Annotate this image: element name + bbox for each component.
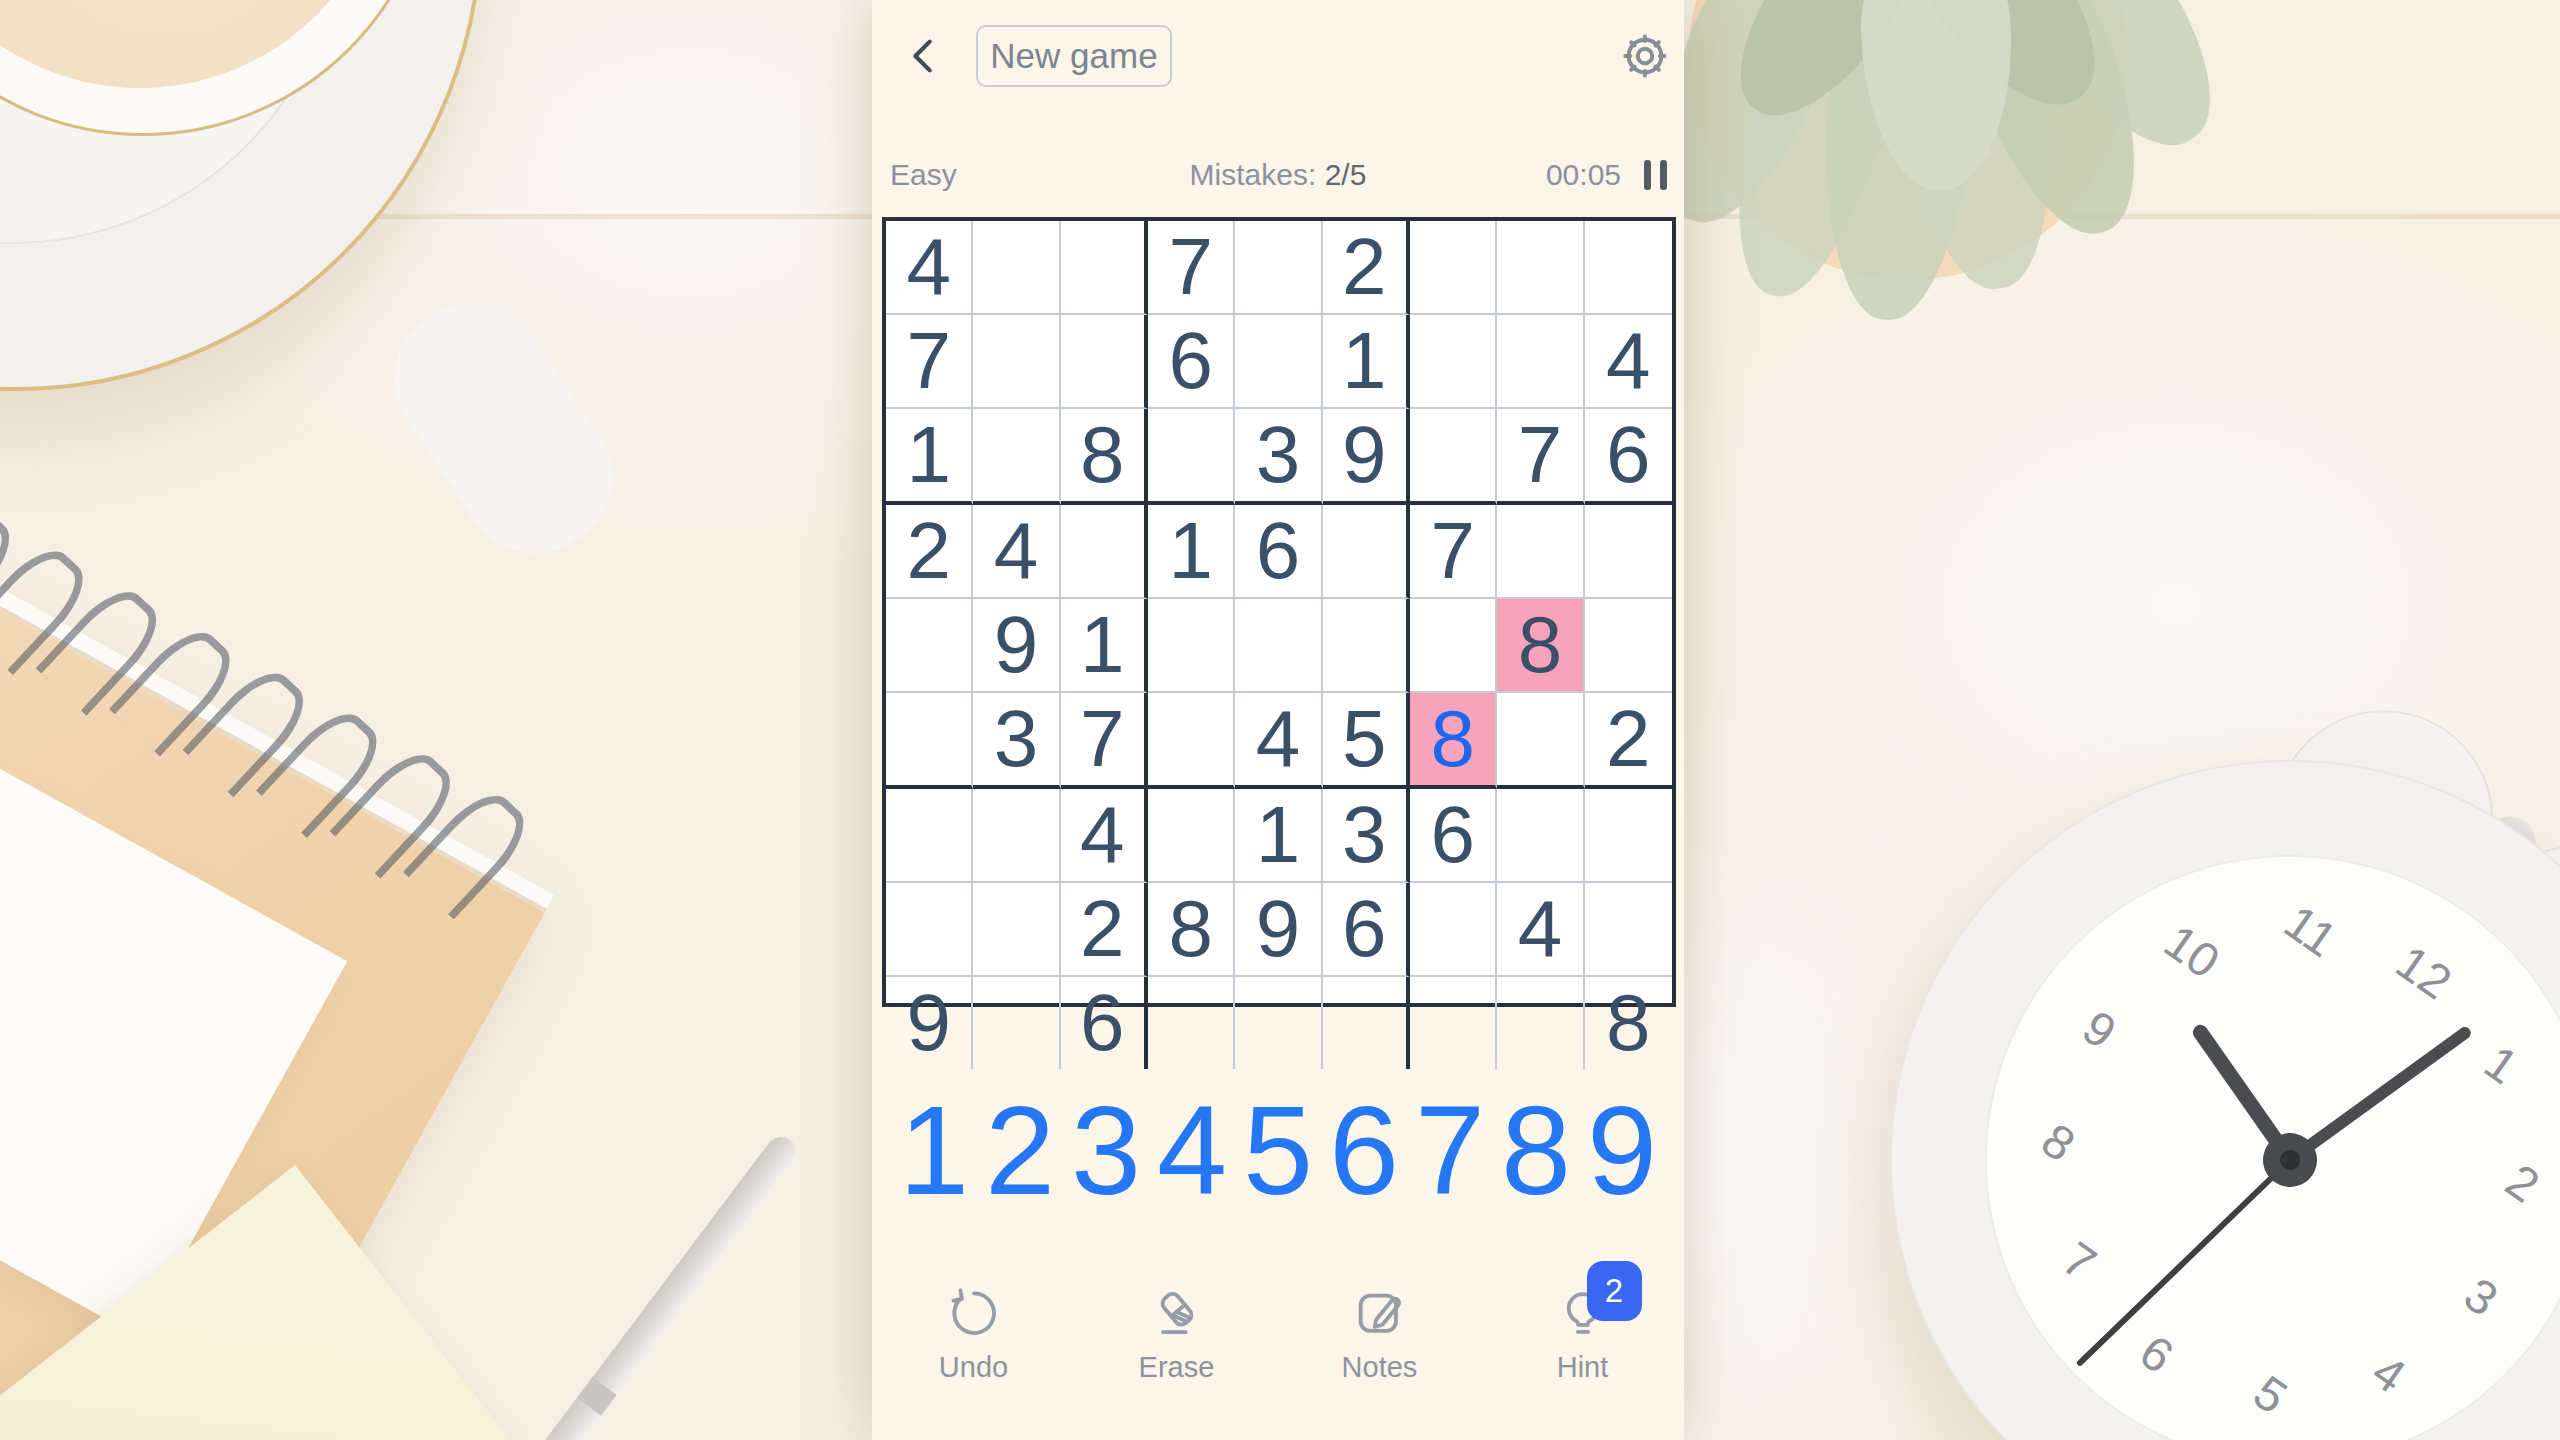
cell-r3c5[interactable]: 3 [1235, 409, 1322, 505]
cell-r6c2[interactable]: 3 [973, 693, 1060, 789]
cell-r6c7[interactable]: 8 [1410, 693, 1497, 789]
cup-handle [367, 277, 640, 581]
new-game-button[interactable]: New game [976, 25, 1172, 87]
sudoku-app-panel: New game Easy Mistakes: 2/5 00:05 472761… [872, 0, 1684, 1440]
cell-r1c3[interactable] [1061, 221, 1148, 315]
erase-button[interactable]: Erase [1075, 1283, 1278, 1384]
digit-key-8[interactable]: 8 [1501, 1085, 1571, 1217]
cell-r3c4[interactable] [1148, 409, 1235, 505]
digit-key-9[interactable]: 9 [1587, 1085, 1657, 1217]
chevron-left-icon [901, 33, 947, 79]
cell-r2c7[interactable] [1410, 315, 1497, 409]
cell-r3c9[interactable]: 6 [1585, 409, 1672, 505]
digit-key-6[interactable]: 6 [1329, 1085, 1399, 1217]
cell-r2c9[interactable]: 4 [1585, 315, 1672, 409]
notes-icon [1351, 1283, 1409, 1341]
cell-r2c3[interactable] [1061, 315, 1148, 409]
cell-r6c5[interactable]: 4 [1235, 693, 1322, 789]
cell-r3c7[interactable] [1410, 409, 1497, 505]
cell-r2c8[interactable] [1497, 315, 1584, 409]
notes-label: Notes [1342, 1351, 1418, 1384]
cell-r5c8[interactable]: 8 [1497, 599, 1584, 693]
notes-button[interactable]: Notes [1278, 1283, 1481, 1384]
cell-r3c8[interactable]: 7 [1497, 409, 1584, 505]
cell-r5c2[interactable]: 9 [973, 599, 1060, 693]
cell-r7c7[interactable]: 6 [1410, 789, 1497, 883]
hint-button[interactable]: 2 Hint [1481, 1283, 1684, 1384]
timer: 00:05 [1546, 158, 1621, 192]
clock-numeral-12: 12 [2380, 927, 2469, 1016]
status-bar: Easy Mistakes: 2/5 00:05 [883, 148, 1673, 202]
pen [441, 1131, 802, 1440]
cell-r4c1[interactable]: 2 [886, 505, 973, 599]
clock-numeral-10: 10 [2147, 907, 2236, 996]
cell-r9c8[interactable] [1497, 977, 1584, 1069]
digit-key-5[interactable]: 5 [1243, 1085, 1313, 1217]
cell-r1c5[interactable] [1235, 221, 1322, 315]
cell-r7c5[interactable]: 1 [1235, 789, 1322, 883]
pause-icon [1644, 160, 1651, 190]
cell-r3c3[interactable]: 8 [1061, 409, 1148, 505]
cell-r8c8[interactable]: 4 [1497, 883, 1584, 977]
mistakes-counter: Mistakes: 2/5 [1190, 158, 1367, 192]
cell-r2c2[interactable] [973, 315, 1060, 409]
clock-numeral-9: 9 [2055, 985, 2144, 1074]
number-pad: 123456789 [883, 1085, 1673, 1217]
cell-r8c1[interactable] [886, 883, 973, 977]
cell-r9c3[interactable]: 6 [1061, 977, 1148, 1069]
undo-label: Undo [939, 1351, 1008, 1384]
settings-button[interactable] [1616, 27, 1674, 85]
cell-r7c2[interactable] [973, 789, 1060, 883]
mistakes-value: 2/5 [1325, 158, 1367, 191]
cell-r4c8[interactable] [1497, 505, 1584, 599]
cell-r8c3[interactable]: 2 [1061, 883, 1148, 977]
pause-icon [1660, 160, 1667, 190]
cell-r8c2[interactable] [973, 883, 1060, 977]
cell-r9c2[interactable] [973, 977, 1060, 1069]
cell-r1c7[interactable] [1410, 221, 1497, 315]
cell-r9c1[interactable]: 9 [886, 977, 973, 1069]
sudoku-board: 472761418397624167918374582413628964968 [882, 217, 1676, 1007]
hint-count-badge: 2 [1587, 1261, 1642, 1321]
cell-r9c5[interactable] [1235, 977, 1322, 1069]
cell-r7c4[interactable] [1148, 789, 1235, 883]
cell-r3c2[interactable] [973, 409, 1060, 505]
cell-r5c5[interactable] [1235, 599, 1322, 693]
gear-icon [1617, 28, 1673, 84]
cell-r1c9[interactable] [1585, 221, 1672, 315]
cell-r8c6[interactable]: 6 [1323, 883, 1410, 977]
cell-r4c6[interactable] [1323, 505, 1410, 599]
cell-r6c8[interactable] [1497, 693, 1584, 789]
digit-key-3[interactable]: 3 [1071, 1085, 1141, 1217]
mistakes-label: Mistakes: [1190, 158, 1317, 191]
cell-r2c6[interactable]: 1 [1323, 315, 1410, 409]
pause-button[interactable] [1644, 160, 1667, 190]
cell-r5c1[interactable] [886, 599, 973, 693]
digit-key-2[interactable]: 2 [985, 1085, 1055, 1217]
cell-r1c6[interactable]: 2 [1323, 221, 1410, 315]
cell-r2c5[interactable] [1235, 315, 1322, 409]
cell-r5c7[interactable] [1410, 599, 1497, 693]
cell-r7c9[interactable] [1585, 789, 1672, 883]
cell-r9c6[interactable] [1323, 977, 1410, 1069]
cell-r7c3[interactable]: 4 [1061, 789, 1148, 883]
cell-r2c4[interactable]: 6 [1148, 315, 1235, 409]
cell-r4c2[interactable]: 4 [973, 505, 1060, 599]
cell-r6c3[interactable]: 7 [1061, 693, 1148, 789]
cell-r8c5[interactable]: 9 [1235, 883, 1322, 977]
cell-r3c6[interactable]: 9 [1323, 409, 1410, 505]
digit-key-1[interactable]: 1 [899, 1085, 969, 1217]
cell-r6c9[interactable]: 2 [1585, 693, 1672, 789]
cell-r7c8[interactable] [1497, 789, 1584, 883]
digit-key-4[interactable]: 4 [1157, 1085, 1227, 1217]
cell-r6c1[interactable] [886, 693, 973, 789]
cell-r4c4[interactable]: 1 [1148, 505, 1235, 599]
cell-r3c1[interactable]: 1 [886, 409, 973, 505]
cell-r7c6[interactable]: 3 [1323, 789, 1410, 883]
clock-numeral-7: 7 [2035, 1217, 2124, 1306]
cell-r1c4[interactable]: 7 [1148, 221, 1235, 315]
clock-numeral-3: 3 [2437, 1252, 2526, 1341]
clock-numeral-11: 11 [2266, 886, 2355, 975]
cell-r4c9[interactable] [1585, 505, 1672, 599]
erase-label: Erase [1139, 1351, 1215, 1384]
difficulty-label: Easy [890, 158, 957, 192]
clock-numeral-4: 4 [2344, 1329, 2433, 1418]
cell-r1c1[interactable]: 4 [886, 221, 973, 315]
cell-r1c8[interactable] [1497, 221, 1584, 315]
cell-r6c6[interactable]: 5 [1323, 693, 1410, 789]
cell-r4c7[interactable]: 7 [1410, 505, 1497, 599]
cell-r4c5[interactable]: 6 [1235, 505, 1322, 599]
cell-r8c4[interactable]: 8 [1148, 883, 1235, 977]
cell-r9c7[interactable] [1410, 977, 1497, 1069]
alarm-clock: 121234567891011 [1733, 603, 2560, 1440]
undo-button[interactable]: Undo [872, 1283, 1075, 1384]
cell-r5c4[interactable] [1148, 599, 1235, 693]
clock-numeral-2: 2 [2478, 1139, 2560, 1228]
eraser-icon [1148, 1283, 1206, 1341]
cell-r6c4[interactable] [1148, 693, 1235, 789]
clock-numeral-5: 5 [2226, 1350, 2315, 1439]
cell-r7c1[interactable] [886, 789, 973, 883]
cell-r9c9[interactable]: 8 [1585, 977, 1672, 1069]
digit-key-7[interactable]: 7 [1415, 1085, 1485, 1217]
cell-r4c3[interactable] [1061, 505, 1148, 599]
cell-r5c9[interactable] [1585, 599, 1672, 693]
toolbar: Undo Erase [872, 1283, 1684, 1384]
cell-r5c6[interactable] [1323, 599, 1410, 693]
back-button[interactable] [898, 30, 950, 82]
cell-r2c1[interactable]: 7 [886, 315, 973, 409]
undo-icon [945, 1283, 1003, 1341]
cell-r8c7[interactable] [1410, 883, 1497, 977]
cell-r9c4[interactable] [1148, 977, 1235, 1069]
clock-numeral-8: 8 [2014, 1098, 2103, 1187]
cell-r5c3[interactable]: 1 [1061, 599, 1148, 693]
cell-r1c2[interactable] [973, 221, 1060, 315]
cell-r8c9[interactable] [1585, 883, 1672, 977]
hint-label: Hint [1557, 1351, 1609, 1384]
